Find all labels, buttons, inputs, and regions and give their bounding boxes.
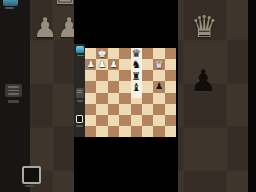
black-pawn: ♟ [155,82,163,91]
square-h3[interactable] [165,104,176,115]
square-h7[interactable] [165,59,176,70]
square-c1[interactable] [108,126,119,137]
black-knight: ♞ [131,59,140,70]
square-c7[interactable]: ♟ [108,59,119,70]
square-c6[interactable] [108,70,119,81]
white-king: ♚ [97,48,106,59]
square-e4[interactable] [131,93,142,104]
square-f1[interactable] [142,126,153,137]
menu-line [77,90,82,91]
square-h6[interactable] [165,70,176,81]
square-h2[interactable] [165,115,176,126]
chess-board[interactable]: ♚♛♟♟♟♞♛♜♝♟ [85,48,176,137]
square-f3[interactable] [142,104,153,115]
square-g3[interactable] [153,104,164,115]
video-frame: ♚♟♟♛♟ ♚♛♟♟♟♞♛♜♝♟ [0,0,256,192]
white-pawn: ♟ [109,60,117,69]
square-f5[interactable] [142,81,153,92]
square-d7[interactable] [119,59,130,70]
square-b3[interactable] [96,104,107,115]
square-b6[interactable] [96,70,107,81]
square-f7[interactable] [142,59,153,70]
square-e3[interactable] [131,104,142,115]
square-d4[interactable] [119,93,130,104]
menu-line [77,92,82,93]
square-b7[interactable]: ♟ [96,59,107,70]
square-a1[interactable] [85,126,96,137]
opponent-avatar-icon[interactable] [76,46,84,53]
square-f8[interactable] [142,48,153,59]
square-a7[interactable]: ♟ [85,59,96,70]
white-pawn: ♟ [87,60,95,69]
square-e5[interactable]: ♝ [131,81,142,92]
square-a3[interactable] [85,104,96,115]
square-g4[interactable] [153,93,164,104]
square-g5[interactable]: ♟ [153,81,164,92]
square-e7[interactable]: ♞ [131,59,142,70]
square-e1[interactable] [131,126,142,137]
app-screenshot: ♚♛♟♟♟♞♛♜♝♟ [74,0,178,192]
square-f4[interactable] [142,93,153,104]
black-bishop: ♝ [131,82,140,93]
square-e6[interactable]: ♜ [131,70,142,81]
black-queen: ♛ [131,48,140,59]
square-g6[interactable] [153,70,164,81]
square-c3[interactable] [108,104,119,115]
square-b1[interactable] [96,126,107,137]
square-a2[interactable] [85,115,96,126]
square-a6[interactable] [85,70,96,81]
background-right-black-bar [248,0,256,192]
square-g1[interactable] [153,126,164,137]
white-queen: ♛ [154,59,163,70]
square-d6[interactable] [119,70,130,81]
square-d8[interactable] [119,48,130,59]
label-smudge [76,125,83,127]
square-c5[interactable] [108,81,119,92]
label-smudge [77,100,83,102]
square-b8[interactable]: ♚ [96,48,107,59]
square-c8[interactable] [108,48,119,59]
square-a8[interactable] [85,48,96,59]
black-rook: ♜ [131,71,140,82]
stop-button-icon[interactable] [76,115,83,123]
square-h1[interactable] [165,126,176,137]
square-h4[interactable] [165,93,176,104]
label-smudge [77,55,84,57]
square-h5[interactable] [165,81,176,92]
square-b2[interactable] [96,115,107,126]
square-a4[interactable] [85,93,96,104]
square-a5[interactable] [85,81,96,92]
square-c4[interactable] [108,93,119,104]
square-d3[interactable] [119,104,130,115]
sidebar [74,44,85,137]
menu-icon[interactable] [76,88,84,98]
square-e2[interactable] [131,115,142,126]
square-d2[interactable] [119,115,130,126]
square-b4[interactable] [96,93,107,104]
square-h8[interactable] [165,48,176,59]
square-d1[interactable] [119,126,130,137]
square-g2[interactable] [153,115,164,126]
square-b5[interactable] [96,81,107,92]
square-c2[interactable] [108,115,119,126]
square-f2[interactable] [142,115,153,126]
white-pawn: ♟ [98,60,106,69]
square-f6[interactable] [142,70,153,81]
square-g7[interactable]: ♛ [153,59,164,70]
square-d5[interactable] [119,81,130,92]
